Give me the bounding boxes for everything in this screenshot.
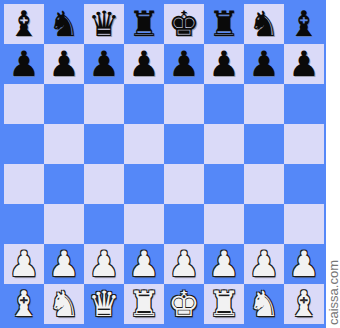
square-e4[interactable] <box>164 164 204 204</box>
square-c1[interactable]: ♛ <box>84 284 124 324</box>
white-pawn[interactable]: ♟ <box>244 244 284 284</box>
white-queen[interactable]: ♛ <box>84 284 124 324</box>
square-g7[interactable]: ♟ <box>244 44 284 84</box>
square-e8[interactable]: ♚ <box>164 4 204 44</box>
white-pawn[interactable]: ♟ <box>84 244 124 284</box>
square-f6[interactable] <box>204 84 244 124</box>
square-h2[interactable]: ♟ <box>284 244 324 284</box>
black-pawn[interactable]: ♟ <box>44 44 84 84</box>
black-knight[interactable]: ♞ <box>44 4 84 44</box>
square-a3[interactable] <box>4 204 44 244</box>
side-strip: caissa.com <box>326 0 340 328</box>
square-h4[interactable] <box>284 164 324 204</box>
square-b6[interactable] <box>44 84 84 124</box>
white-pawn[interactable]: ♟ <box>284 244 324 284</box>
square-c7[interactable]: ♟ <box>84 44 124 84</box>
square-f5[interactable] <box>204 124 244 164</box>
square-b5[interactable] <box>44 124 84 164</box>
square-d4[interactable] <box>124 164 164 204</box>
square-e3[interactable] <box>164 204 204 244</box>
square-e5[interactable] <box>164 124 204 164</box>
square-a8[interactable]: ♝ <box>4 4 44 44</box>
square-a7[interactable]: ♟ <box>4 44 44 84</box>
board-frame: ♝♞♛♜♚♜♞♝♟♟♟♟♟♟♟♟♟♟♟♟♟♟♟♟♝♞♛♜♚♜♞♝ <box>0 0 326 328</box>
black-rook[interactable]: ♜ <box>204 4 244 44</box>
square-h5[interactable] <box>284 124 324 164</box>
caissa-watermark: caissa.com <box>326 260 340 325</box>
square-f1[interactable]: ♜ <box>204 284 244 324</box>
black-pawn[interactable]: ♟ <box>4 44 44 84</box>
white-pawn[interactable]: ♟ <box>204 244 244 284</box>
black-bishop[interactable]: ♝ <box>284 4 324 44</box>
black-rook[interactable]: ♜ <box>124 4 164 44</box>
white-knight[interactable]: ♞ <box>244 284 284 324</box>
square-b7[interactable]: ♟ <box>44 44 84 84</box>
black-pawn[interactable]: ♟ <box>164 44 204 84</box>
square-a1[interactable]: ♝ <box>4 284 44 324</box>
square-d2[interactable]: ♟ <box>124 244 164 284</box>
square-h6[interactable] <box>284 84 324 124</box>
square-c6[interactable] <box>84 84 124 124</box>
square-d1[interactable]: ♜ <box>124 284 164 324</box>
white-bishop[interactable]: ♝ <box>284 284 324 324</box>
square-d5[interactable] <box>124 124 164 164</box>
black-queen[interactable]: ♛ <box>84 4 124 44</box>
square-d7[interactable]: ♟ <box>124 44 164 84</box>
square-h8[interactable]: ♝ <box>284 4 324 44</box>
square-c4[interactable] <box>84 164 124 204</box>
white-rook[interactable]: ♜ <box>204 284 244 324</box>
square-g5[interactable] <box>244 124 284 164</box>
square-h3[interactable] <box>284 204 324 244</box>
square-f2[interactable]: ♟ <box>204 244 244 284</box>
black-pawn[interactable]: ♟ <box>244 44 284 84</box>
black-bishop[interactable]: ♝ <box>4 4 44 44</box>
square-e1[interactable]: ♚ <box>164 284 204 324</box>
square-a2[interactable]: ♟ <box>4 244 44 284</box>
black-pawn[interactable]: ♟ <box>204 44 244 84</box>
square-d3[interactable] <box>124 204 164 244</box>
square-a5[interactable] <box>4 124 44 164</box>
white-pawn[interactable]: ♟ <box>124 244 164 284</box>
black-knight[interactable]: ♞ <box>244 4 284 44</box>
square-d8[interactable]: ♜ <box>124 4 164 44</box>
square-h7[interactable]: ♟ <box>284 44 324 84</box>
chess-board: ♝♞♛♜♚♜♞♝♟♟♟♟♟♟♟♟♟♟♟♟♟♟♟♟♝♞♛♜♚♜♞♝ <box>4 4 324 324</box>
square-f7[interactable]: ♟ <box>204 44 244 84</box>
white-king[interactable]: ♚ <box>164 284 204 324</box>
white-knight[interactable]: ♞ <box>44 284 84 324</box>
square-f3[interactable] <box>204 204 244 244</box>
white-pawn[interactable]: ♟ <box>164 244 204 284</box>
square-b3[interactable] <box>44 204 84 244</box>
square-b2[interactable]: ♟ <box>44 244 84 284</box>
square-e7[interactable]: ♟ <box>164 44 204 84</box>
black-pawn[interactable]: ♟ <box>284 44 324 84</box>
square-g4[interactable] <box>244 164 284 204</box>
square-f8[interactable]: ♜ <box>204 4 244 44</box>
square-g6[interactable] <box>244 84 284 124</box>
square-e2[interactable]: ♟ <box>164 244 204 284</box>
square-f4[interactable] <box>204 164 244 204</box>
square-b1[interactable]: ♞ <box>44 284 84 324</box>
white-rook[interactable]: ♜ <box>124 284 164 324</box>
square-g1[interactable]: ♞ <box>244 284 284 324</box>
square-c3[interactable] <box>84 204 124 244</box>
chess-app-window: ♝♞♛♜♚♜♞♝♟♟♟♟♟♟♟♟♟♟♟♟♟♟♟♟♝♞♛♜♚♜♞♝ caissa.… <box>0 0 340 328</box>
square-g3[interactable] <box>244 204 284 244</box>
square-d6[interactable] <box>124 84 164 124</box>
square-c2[interactable]: ♟ <box>84 244 124 284</box>
white-pawn[interactable]: ♟ <box>4 244 44 284</box>
square-g2[interactable]: ♟ <box>244 244 284 284</box>
square-c5[interactable] <box>84 124 124 164</box>
square-h1[interactable]: ♝ <box>284 284 324 324</box>
white-pawn[interactable]: ♟ <box>44 244 84 284</box>
square-b8[interactable]: ♞ <box>44 4 84 44</box>
square-g8[interactable]: ♞ <box>244 4 284 44</box>
square-c8[interactable]: ♛ <box>84 4 124 44</box>
square-a4[interactable] <box>4 164 44 204</box>
black-king[interactable]: ♚ <box>164 4 204 44</box>
square-b4[interactable] <box>44 164 84 204</box>
square-e6[interactable] <box>164 84 204 124</box>
black-pawn[interactable]: ♟ <box>84 44 124 84</box>
white-bishop[interactable]: ♝ <box>4 284 44 324</box>
square-a6[interactable] <box>4 84 44 124</box>
black-pawn[interactable]: ♟ <box>124 44 164 84</box>
